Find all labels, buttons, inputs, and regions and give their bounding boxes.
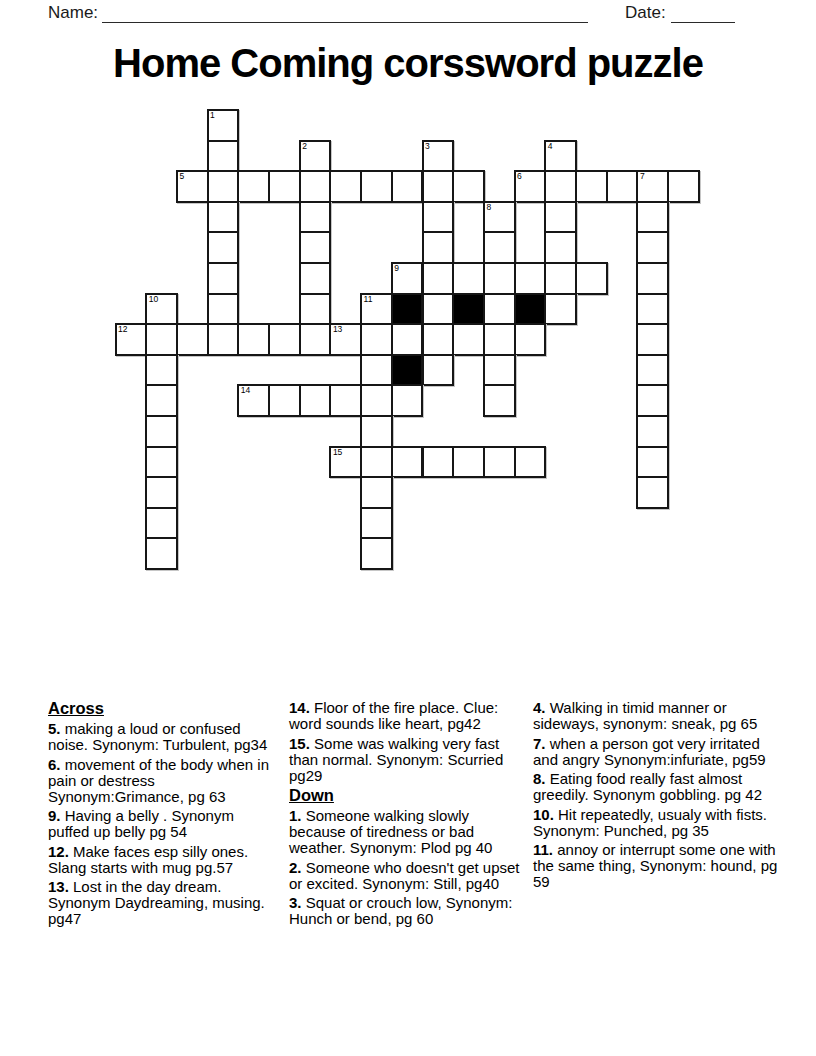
page-title: Home Coming corssword puzzle	[0, 41, 816, 86]
clue-15: 15. Some was walking very fast than norm…	[289, 736, 524, 784]
clue-number: 10.	[533, 806, 558, 823]
clue-6: 6. movement of the body when in pain or …	[48, 757, 269, 805]
grid-cell-r7c2[interactable]	[176, 323, 209, 356]
down-clues-group: 1. Someone walking slowly because of tir…	[289, 808, 524, 927]
worksheet-header: Name: Date:	[48, 3, 738, 23]
grid-cell-r7c13[interactable]	[514, 323, 547, 356]
cell-number-4: 4	[548, 142, 553, 151]
grid-cell-r9c7[interactable]	[329, 384, 362, 417]
grid-cell-r9c17[interactable]	[636, 384, 669, 417]
crossword-worksheet: Name: Date: Home Coming corssword puzzle…	[0, 0, 816, 1056]
clue-11: 11. annoy or interrupt some one with the…	[533, 842, 785, 890]
grid-cell-r7c5[interactable]	[268, 323, 301, 356]
grid-cell-r2c11[interactable]	[452, 170, 485, 203]
grid-cell-r5c17[interactable]	[636, 262, 669, 295]
clue-number: 1.	[289, 807, 306, 824]
cell-number-3: 3	[425, 142, 430, 151]
grid-cell-r11c11[interactable]	[452, 446, 485, 479]
cell-number-7: 7	[640, 172, 645, 181]
clue-number: 7.	[533, 735, 550, 752]
black-cell	[391, 354, 424, 387]
black-cell	[514, 293, 547, 326]
grid-cell-r10c1[interactable]	[145, 415, 178, 448]
cell-number-13: 13	[333, 325, 342, 334]
grid-cell-r5c11[interactable]	[452, 262, 485, 295]
date-label: Date:	[625, 3, 666, 23]
clue-8: 8. Eating food really fast almost greedi…	[533, 771, 785, 803]
grid-cell-r7c11[interactable]	[452, 323, 485, 356]
clue-10: 10. Hit repeatedly, usualy with fists. S…	[533, 807, 785, 839]
grid-cell-r5c15[interactable]	[575, 262, 608, 295]
grid-cell-r2c3[interactable]	[207, 170, 240, 203]
grid-cell-r3c10[interactable]	[422, 201, 455, 234]
grid-cell-r5c10[interactable]	[422, 262, 455, 295]
cell-number-9: 9	[394, 264, 399, 273]
across-clues-group-2: 14. Floor of the fire place. Clue: word …	[289, 700, 524, 784]
grid-cell-r7c12[interactable]	[483, 323, 516, 356]
clue-number: 14.	[289, 699, 314, 716]
grid-cell-r6c10[interactable]	[422, 293, 455, 326]
clue-column-2: 14. Floor of the fire place. Clue: word …	[289, 700, 524, 931]
grid-cell-r5c12[interactable]	[483, 262, 516, 295]
cell-number-15: 15	[333, 448, 342, 457]
down-clues-group-2: 4. Walking in timid manner or sideways, …	[533, 700, 785, 890]
grid-cell-r11c17[interactable]	[636, 446, 669, 479]
grid-cell-r2c18[interactable]	[667, 170, 700, 203]
black-cell	[452, 293, 485, 326]
clue-12: 12. Make faces esp silly ones. Slang sta…	[48, 844, 269, 876]
across-header: Across	[48, 700, 269, 716]
grid-cell-r9c5[interactable]	[268, 384, 301, 417]
grid-cell-r2c15[interactable]	[575, 170, 608, 203]
clue-number: 13.	[48, 878, 73, 895]
grid-cell-r7c3[interactable]	[207, 323, 240, 356]
grid-cell-r7c1[interactable]	[145, 323, 178, 356]
grid-cell-r13c1[interactable]	[145, 507, 178, 540]
grid-cell-r6c12[interactable]	[483, 293, 516, 326]
grid-cell-r2c16[interactable]	[606, 170, 639, 203]
grid-cell-r11c13[interactable]	[514, 446, 547, 479]
cell-number-8: 8	[486, 203, 491, 212]
name-label: Name:	[48, 3, 98, 23]
across-clues-group: 5. making a loud or confused noise. Syno…	[48, 721, 269, 927]
name-blank-line[interactable]	[102, 4, 588, 23]
clue-number: 3.	[289, 894, 306, 911]
grid-cell-r9c9[interactable]	[391, 384, 424, 417]
cell-number-12: 12	[118, 325, 127, 334]
clue-number: 15.	[289, 735, 314, 752]
clue-4: 4. Walking in timid manner or sideways, …	[533, 700, 785, 732]
clue-number: 2.	[289, 859, 306, 876]
grid-cell-r8c1[interactable]	[145, 354, 178, 387]
clue-3: 3. Squat or crouch low, Synonym: Hunch o…	[289, 895, 524, 927]
grid-cell-r8c17[interactable]	[636, 354, 669, 387]
grid-cell-r11c9[interactable]	[391, 446, 424, 479]
clue-number: 11.	[533, 841, 557, 858]
grid-cell-r8c10[interactable]	[422, 354, 455, 387]
clue-9: 9. Having a belly . Synonym puffed up be…	[48, 808, 269, 840]
clue-number: 9.	[48, 807, 65, 824]
cell-number-14: 14	[241, 386, 250, 395]
clue-column-1: Across 5. making a loud or confused nois…	[48, 700, 269, 931]
grid-cell-r7c4[interactable]	[237, 323, 270, 356]
grid-cell-r4c10[interactable]	[422, 231, 455, 264]
grid-cell-r9c1[interactable]	[145, 384, 178, 417]
grid-cell-r3c17[interactable]	[636, 201, 669, 234]
grid-cell-r8c12[interactable]	[483, 354, 516, 387]
grid-cell-r4c17[interactable]	[636, 231, 669, 264]
cell-number-10: 10	[149, 295, 158, 304]
clue-13: 13. Lost in the day dream. Synonym Daydr…	[48, 879, 269, 927]
clue-column-3: 4. Walking in timid manner or sideways, …	[533, 700, 785, 894]
cell-number-6: 6	[517, 172, 522, 181]
grid-cell-r7c6[interactable]	[299, 323, 332, 356]
grid-cell-r3c14[interactable]	[544, 201, 577, 234]
clue-1: 1. Someone walking slowly because of tir…	[289, 808, 524, 856]
grid-cell-r3c3[interactable]	[207, 201, 240, 234]
grid-cell-r10c17[interactable]	[636, 415, 669, 448]
grid-cell-r2c14[interactable]	[544, 170, 577, 203]
grid-cell-r6c3[interactable]	[207, 293, 240, 326]
grid-cell-r4c14[interactable]	[544, 231, 577, 264]
grid-cell-r4c6[interactable]	[299, 231, 332, 264]
grid-cell-r2c4[interactable]	[237, 170, 270, 203]
grid-cell-r11c12[interactable]	[483, 446, 516, 479]
grid-cell-r8c8[interactable]	[360, 354, 393, 387]
clue-number: 6.	[48, 756, 65, 773]
grid-cell-r11c10[interactable]	[422, 446, 455, 479]
clue-14: 14. Floor of the fire place. Clue: word …	[289, 700, 524, 732]
grid-cell-r5c3[interactable]	[207, 262, 240, 295]
grid-cell-r6c14[interactable]	[544, 293, 577, 326]
clue-number: 5.	[48, 720, 65, 737]
grid-cell-r1c3[interactable]	[207, 140, 240, 173]
clue-7: 7. when a person got very irritated and …	[533, 736, 785, 768]
clue-5: 5. making a loud or confused noise. Syno…	[48, 721, 269, 753]
date-blank-line[interactable]	[671, 4, 735, 23]
down-header: Down	[289, 787, 524, 803]
clue-number: 4.	[533, 699, 550, 716]
grid-cell-r12c8[interactable]	[360, 476, 393, 509]
grid-cell-r13c8[interactable]	[360, 507, 393, 540]
grid-cell-r5c13[interactable]	[514, 262, 547, 295]
grid-cell-r12c1[interactable]	[145, 476, 178, 509]
clue-number: 12.	[48, 843, 73, 860]
clue-number: 8.	[533, 770, 550, 787]
grid-cell-r9c8[interactable]	[360, 384, 393, 417]
grid-cell-r2c10[interactable]	[422, 170, 455, 203]
grid-cell-r4c12[interactable]	[483, 231, 516, 264]
grid-cell-r7c10[interactable]	[422, 323, 455, 356]
grid-cell-r9c12[interactable]	[483, 384, 516, 417]
grid-cell-r11c8[interactable]	[360, 446, 393, 479]
grid-cell-r2c9[interactable]	[391, 170, 424, 203]
clue-2: 2. Someone who doesn't get upset or exci…	[289, 860, 524, 892]
grid-cell-r11c1[interactable]	[145, 446, 178, 479]
grid-cell-r7c17[interactable]	[636, 323, 669, 356]
grid-cell-r5c6[interactable]	[299, 262, 332, 295]
grid-cell-r2c8[interactable]	[360, 170, 393, 203]
crossword-grid: 123456789101112131415	[116, 110, 700, 570]
cell-number-2: 2	[302, 142, 307, 151]
grid-cell-r5c14[interactable]	[544, 262, 577, 295]
grid-cell-r12c17[interactable]	[636, 476, 669, 509]
grid-cell-r6c17[interactable]	[636, 293, 669, 326]
grid-cell-r6c6[interactable]	[299, 293, 332, 326]
grid-cell-r7c9[interactable]	[391, 323, 424, 356]
grid-cell-r9c6[interactable]	[299, 384, 332, 417]
grid-cell-r14c1[interactable]	[145, 537, 178, 570]
grid-cell-r2c5[interactable]	[268, 170, 301, 203]
black-cell	[391, 293, 424, 326]
cell-number-11: 11	[364, 295, 373, 304]
grid-cell-r14c8[interactable]	[360, 537, 393, 570]
grid-cell-r2c7[interactable]	[329, 170, 362, 203]
grid-cell-r7c8[interactable]	[360, 323, 393, 356]
grid-cell-r3c6[interactable]	[299, 201, 332, 234]
grid-cell-r2c6[interactable]	[299, 170, 332, 203]
grid-cell-r4c3[interactable]	[207, 231, 240, 264]
cell-number-1: 1	[210, 111, 215, 120]
cell-number-5: 5	[179, 172, 184, 181]
grid-cell-r10c8[interactable]	[360, 415, 393, 448]
